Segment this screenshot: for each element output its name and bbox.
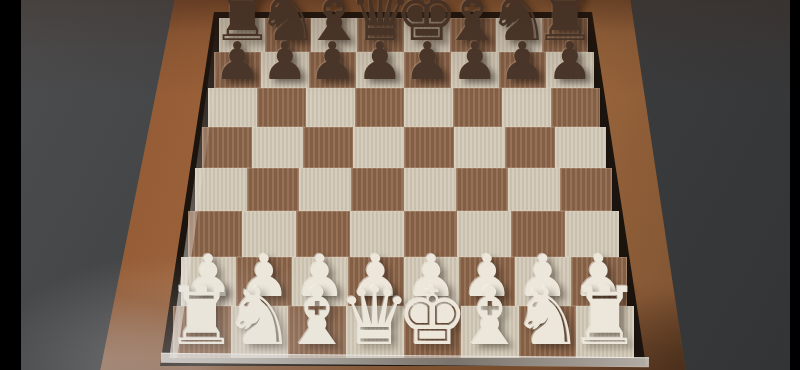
square-c1[interactable]: ♝	[288, 306, 346, 358]
rank-4	[195, 168, 612, 211]
chess-board[interactable]: ♜♞♝♛♚♝♞♜♟♟♟♟♟♟♟♟♟♟♟♟♟♟♟♟♜♞♝♛♚♝♞♜	[21, 0, 790, 370]
square-f7[interactable]: ♟	[451, 52, 499, 88]
rank-5	[202, 127, 606, 168]
square-h1[interactable]: ♜	[576, 306, 634, 358]
square-e7[interactable]: ♟	[404, 52, 452, 88]
square-e6[interactable]	[404, 88, 453, 127]
square-d4[interactable]	[351, 168, 403, 211]
square-f6[interactable]	[453, 88, 502, 127]
square-g6[interactable]	[502, 88, 551, 127]
square-h7[interactable]: ♟	[546, 52, 594, 88]
square-g5[interactable]	[505, 127, 556, 168]
square-a6[interactable]	[208, 88, 257, 127]
square-b6[interactable]	[257, 88, 306, 127]
square-a5[interactable]	[202, 127, 253, 168]
square-f4[interactable]	[456, 168, 508, 211]
rank-7: ♟♟♟♟♟♟♟♟	[214, 52, 594, 88]
square-d7[interactable]: ♟	[356, 52, 404, 88]
square-f1[interactable]: ♝	[461, 306, 519, 358]
square-h5[interactable]	[555, 127, 606, 168]
square-d1[interactable]: ♛	[346, 306, 404, 358]
piece-black-pawn[interactable]: ♟	[499, 35, 546, 87]
square-b1[interactable]: ♞	[231, 306, 289, 358]
piece-black-pawn[interactable]: ♟	[261, 35, 308, 87]
square-d5[interactable]	[353, 127, 404, 168]
square-c4[interactable]	[299, 168, 351, 211]
piece-black-pawn[interactable]: ♟	[451, 35, 498, 87]
square-d6[interactable]	[355, 88, 404, 127]
square-f5[interactable]	[454, 127, 505, 168]
square-g1[interactable]: ♞	[519, 306, 577, 358]
square-e4[interactable]	[404, 168, 456, 211]
square-c5[interactable]	[303, 127, 354, 168]
rank-1: ♜♞♝♛♚♝♞♜	[173, 306, 634, 358]
square-a7[interactable]: ♟	[214, 52, 262, 88]
square-c6[interactable]	[306, 88, 355, 127]
square-h4[interactable]	[560, 168, 612, 211]
piece-white-rook[interactable]: ♜	[569, 277, 641, 357]
rank-6	[208, 88, 600, 127]
app-background: ♜♞♝♛♚♝♞♜♟♟♟♟♟♟♟♟♟♟♟♟♟♟♟♟♜♞♝♛♚♝♞♜	[21, 0, 790, 370]
piece-black-pawn[interactable]: ♟	[356, 35, 403, 87]
square-b4[interactable]	[247, 168, 299, 211]
square-h6[interactable]	[551, 88, 600, 127]
piece-black-pawn[interactable]: ♟	[309, 35, 356, 87]
piece-black-pawn[interactable]: ♟	[546, 35, 593, 87]
square-b7[interactable]: ♟	[261, 52, 309, 88]
square-e1[interactable]: ♚	[404, 306, 462, 358]
square-b5[interactable]	[252, 127, 303, 168]
piece-black-pawn[interactable]: ♟	[404, 35, 451, 87]
square-g4[interactable]	[508, 168, 560, 211]
square-e5[interactable]	[404, 127, 455, 168]
square-g7[interactable]: ♟	[499, 52, 547, 88]
square-c7[interactable]: ♟	[309, 52, 357, 88]
